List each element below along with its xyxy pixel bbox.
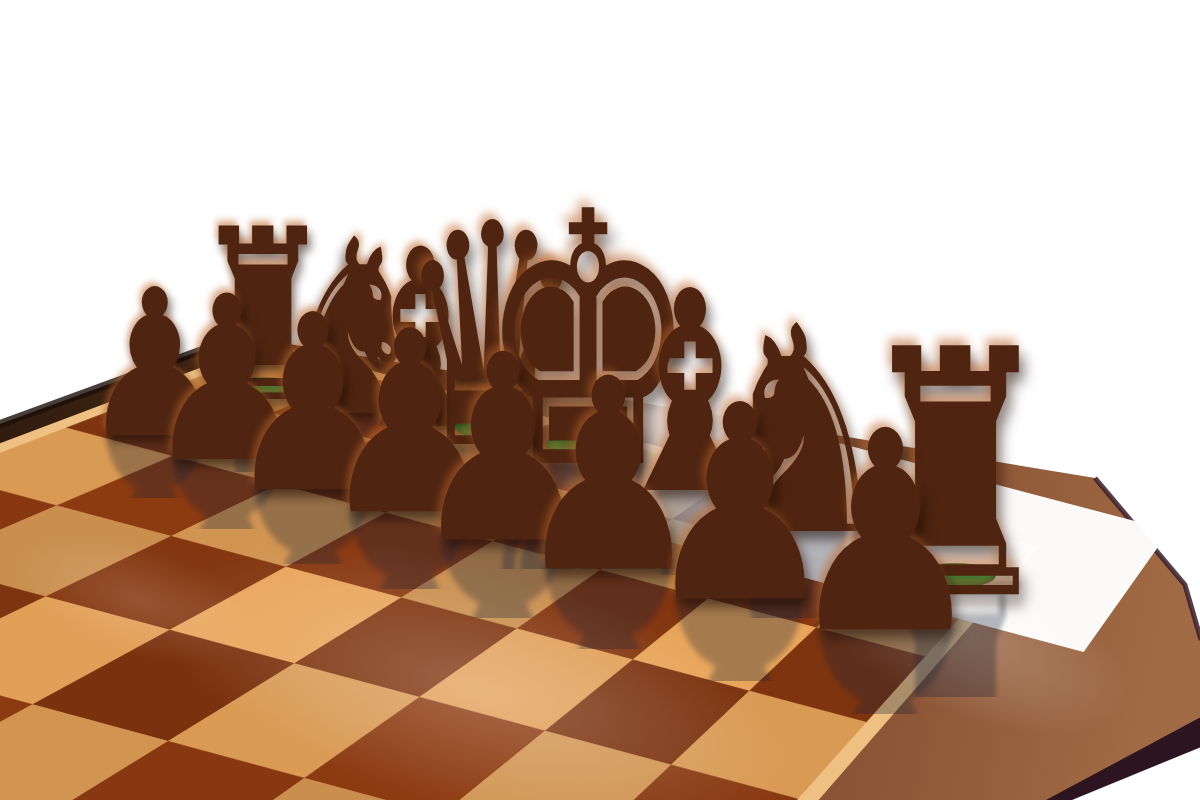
chess-photo-stage: ♜♜♞♞♝♝♟♟♛♛♚♚♟♟♝♝♟♟♟♟♞♞♟♟♟♟♜♜♟♟♟♟ — [0, 0, 1200, 800]
piece-rosewood-pawn-h7: ♟ — [774, 395, 996, 672]
pieces-layer: ♜♜♞♞♝♝♟♟♛♛♚♚♟♟♝♝♟♟♟♟♞♞♟♟♟♟♜♜♟♟♟♟ — [0, 0, 1200, 800]
